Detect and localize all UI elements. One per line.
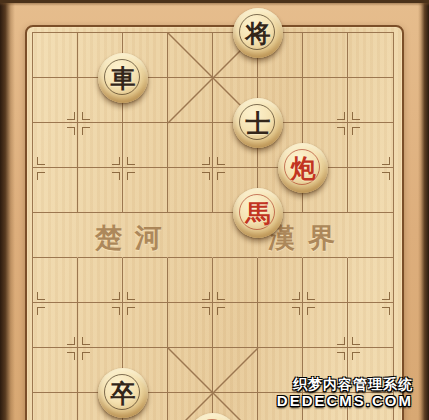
board-grid — [32, 32, 394, 420]
watermark-line1: 织梦内容管理系统 — [277, 376, 413, 392]
board-cell — [168, 78, 213, 123]
piece-red-cannon[interactable]: 炮 — [278, 143, 328, 193]
piece-black-soldier[interactable]: 卒 — [98, 368, 148, 418]
watermark-line2: DEDECMS.COM — [277, 392, 413, 409]
piece-glyph: 車 — [111, 66, 136, 91]
piece-black-chariot[interactable]: 車 — [98, 53, 148, 103]
piece-black-advisor[interactable]: 士 — [233, 98, 283, 148]
board-cell — [33, 393, 78, 420]
board-cell — [348, 33, 393, 78]
watermark: 织梦内容管理系统 DEDECMS.COM — [277, 376, 413, 409]
piece-glyph: 士 — [246, 111, 271, 136]
board-cell — [168, 348, 213, 393]
board-cell — [168, 33, 213, 78]
board-cell — [303, 213, 348, 258]
board-cell — [123, 213, 168, 258]
piece-glyph: 将 — [246, 21, 271, 46]
piece-glyph: 炮 — [291, 156, 316, 181]
piece-glyph: 卒 — [111, 381, 136, 406]
board-cell — [33, 213, 78, 258]
board-cell — [168, 213, 213, 258]
board-edge-right-shadow — [418, 0, 429, 420]
board-cell — [348, 213, 393, 258]
piece-glyph: 馬 — [246, 201, 271, 226]
board-cell — [213, 348, 258, 393]
board-edge-left-shadow — [0, 0, 15, 420]
piece-black-general[interactable]: 将 — [233, 8, 283, 58]
piece-red-horse[interactable]: 馬 — [233, 188, 283, 238]
board-cell — [303, 33, 348, 78]
board-cell — [78, 213, 123, 258]
board-edge-top-line — [0, 0, 429, 3]
xiangqi-board: 楚河 漢界 将車士炮馬卒帥 织梦内容管理系统 DEDECMS.COM — [0, 0, 429, 420]
board-cell — [33, 33, 78, 78]
